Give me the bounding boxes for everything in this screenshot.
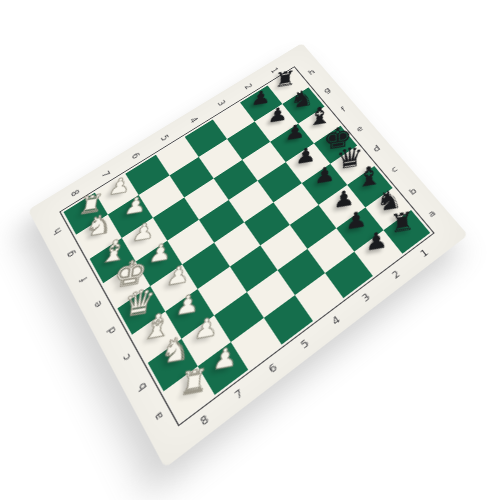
product-photo: hgfedcba hgfedcba 12345678 12345678 ♜♞♝♚… xyxy=(0,0,500,500)
chess-mat: hgfedcba hgfedcba 12345678 12345678 ♜♞♝♚… xyxy=(28,43,468,468)
